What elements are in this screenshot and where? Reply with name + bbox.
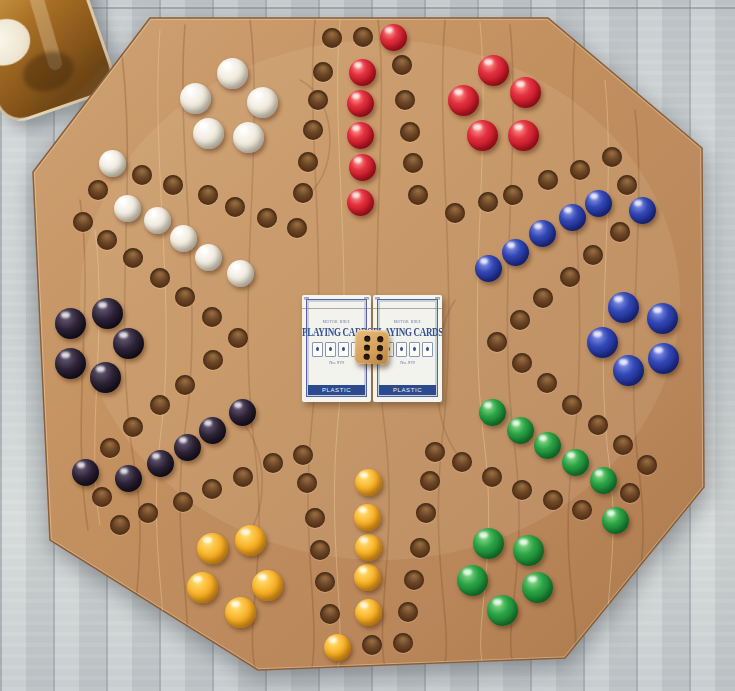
hole-empty[interactable] [313, 62, 333, 82]
hole-empty[interactable] [583, 245, 603, 265]
die-pip [377, 345, 383, 351]
deck-number: No. 979 [382, 360, 434, 365]
hole-empty[interactable] [512, 480, 532, 500]
hole-empty[interactable] [202, 307, 222, 327]
base-marble-white[interactable] [180, 83, 211, 114]
hole-empty[interactable] [163, 175, 183, 195]
base-marble-white[interactable] [193, 118, 224, 149]
base-marble-red[interactable] [448, 85, 479, 116]
hole-empty[interactable] [403, 153, 423, 173]
deck-banner: PLASTIC COATED [379, 385, 436, 395]
track-marble-black[interactable] [199, 417, 226, 444]
hole-empty[interactable] [503, 185, 523, 205]
hole-empty[interactable] [482, 467, 502, 487]
track-marble-black[interactable] [174, 434, 201, 461]
hole-empty[interactable] [228, 328, 248, 348]
track-marble-white[interactable] [227, 260, 254, 287]
hole-empty[interactable] [637, 455, 657, 475]
hole-empty[interactable] [297, 473, 317, 493]
hole-empty[interactable] [353, 27, 373, 47]
hole-empty[interactable] [175, 375, 195, 395]
base-marble-black[interactable] [92, 298, 123, 329]
base-marble-yellow[interactable] [252, 570, 283, 601]
track-marble-black[interactable] [147, 450, 174, 477]
track-marble-green[interactable] [479, 399, 506, 426]
ace-card [312, 342, 323, 357]
track-marble-blue[interactable] [585, 190, 612, 217]
base-marble-red[interactable] [508, 120, 539, 151]
hole-empty[interactable] [203, 350, 223, 370]
deck-corner-number: 979 [435, 297, 440, 300]
track-marble-black[interactable] [115, 465, 142, 492]
track-marble-red[interactable] [349, 154, 376, 181]
track-marble-green[interactable] [602, 507, 629, 534]
base-marble-white[interactable] [233, 122, 264, 153]
ace-card [409, 342, 420, 357]
base-marble-yellow[interactable] [197, 533, 228, 564]
hole-empty[interactable] [602, 147, 622, 167]
track-marble-yellow[interactable] [324, 634, 351, 661]
track-marble-green[interactable] [534, 432, 561, 459]
track-marble-white[interactable] [170, 225, 197, 252]
base-marble-green[interactable] [487, 595, 518, 626]
track-marble-yellow[interactable] [355, 534, 382, 561]
hole-empty[interactable] [452, 452, 472, 472]
die-pip [364, 354, 370, 360]
ace-card [325, 342, 336, 357]
hole-empty[interactable] [620, 483, 640, 503]
deck-corner-number: 979 [375, 297, 380, 300]
hole-empty[interactable] [225, 197, 245, 217]
base-marble-blue[interactable] [647, 303, 678, 334]
hole-empty[interactable] [560, 267, 580, 287]
base-marble-black[interactable] [55, 308, 86, 339]
hole-empty[interactable] [537, 373, 557, 393]
track-marble-red[interactable] [347, 122, 374, 149]
die-pip [364, 345, 370, 351]
hole-empty[interactable] [100, 438, 120, 458]
ace-card [396, 342, 407, 357]
hole-empty[interactable] [298, 152, 318, 172]
hole-empty[interactable] [362, 635, 382, 655]
deck-corner-number: 979 [304, 297, 309, 300]
die-pip [377, 336, 383, 342]
hole-empty[interactable] [150, 268, 170, 288]
deck-sub-label: MOTOR BIKE [387, 320, 427, 323]
deck-banner: PLASTIC COATED [308, 385, 365, 395]
hole-empty[interactable] [445, 203, 465, 223]
hole-empty[interactable] [73, 212, 93, 232]
hole-empty[interactable] [123, 248, 143, 268]
hole-empty[interactable] [263, 453, 283, 473]
track-marble-blue[interactable] [475, 255, 502, 282]
track-marble-green[interactable] [590, 467, 617, 494]
track-marble-red[interactable] [347, 90, 374, 117]
hole-empty[interactable] [138, 503, 158, 523]
hole-empty[interactable] [510, 310, 530, 330]
hole-empty[interactable] [487, 332, 507, 352]
track-marble-red[interactable] [349, 59, 376, 86]
track-marble-white[interactable] [114, 195, 141, 222]
scene: 979 979 MOTOR BIKE PLAYING CARDS No. 979… [0, 0, 735, 691]
hole-empty[interactable] [512, 353, 532, 373]
deck-corner-number: 979 [364, 297, 369, 300]
base-marble-green[interactable] [457, 565, 488, 596]
hole-empty[interactable] [617, 175, 637, 195]
hole-empty[interactable] [425, 442, 445, 462]
hole-empty[interactable] [233, 467, 253, 487]
hole-empty[interactable] [92, 487, 112, 507]
hole-empty[interactable] [408, 185, 428, 205]
hole-empty[interactable] [303, 120, 323, 140]
track-marble-blue[interactable] [559, 204, 586, 231]
hole-empty[interactable] [404, 570, 424, 590]
hole-empty[interactable] [293, 183, 313, 203]
deck-sub-label: MOTOR BIKE [316, 320, 356, 323]
hole-empty[interactable] [287, 218, 307, 238]
base-marble-red[interactable] [478, 55, 509, 86]
hole-empty[interactable] [410, 538, 430, 558]
base-marble-white[interactable] [247, 87, 278, 118]
hole-empty[interactable] [198, 185, 218, 205]
hole-empty[interactable] [393, 633, 413, 653]
track-marble-yellow[interactable] [354, 564, 381, 591]
base-marble-black[interactable] [90, 362, 121, 393]
base-marble-blue[interactable] [648, 343, 679, 374]
base-marble-blue[interactable] [613, 355, 644, 386]
hole-empty[interactable] [173, 492, 193, 512]
hole-empty[interactable] [88, 180, 108, 200]
hole-empty[interactable] [533, 288, 553, 308]
hole-empty[interactable] [123, 417, 143, 437]
track-marble-yellow[interactable] [355, 599, 382, 626]
hole-empty[interactable] [613, 435, 633, 455]
hole-empty[interactable] [610, 222, 630, 242]
die-pip [364, 336, 370, 342]
track-marble-yellow[interactable] [354, 504, 381, 531]
track-marble-green[interactable] [562, 449, 589, 476]
track-marble-black[interactable] [229, 399, 256, 426]
hole-empty[interactable] [308, 90, 328, 110]
hole-empty[interactable] [543, 490, 563, 510]
hole-empty[interactable] [400, 122, 420, 142]
track-marble-blue[interactable] [502, 239, 529, 266]
hole-empty[interactable] [110, 515, 130, 535]
base-marble-green[interactable] [522, 572, 553, 603]
hole-empty[interactable] [97, 230, 117, 250]
track-marble-black[interactable] [72, 459, 99, 486]
hole-empty[interactable] [398, 602, 418, 622]
hole-empty[interactable] [392, 55, 412, 75]
die-showing-six[interactable] [354, 329, 389, 364]
base-marble-green[interactable] [473, 528, 504, 559]
base-marble-green[interactable] [513, 535, 544, 566]
base-marble-black[interactable] [55, 348, 86, 379]
hole-empty[interactable] [420, 471, 440, 491]
hole-empty[interactable] [257, 208, 277, 228]
hole-empty[interactable] [175, 287, 195, 307]
hole-empty[interactable] [570, 160, 590, 180]
track-marble-blue[interactable] [529, 220, 556, 247]
die-pip [377, 354, 383, 360]
track-marble-green[interactable] [507, 417, 534, 444]
hole-empty[interactable] [562, 395, 582, 415]
hole-empty[interactable] [588, 415, 608, 435]
base-marble-blue[interactable] [587, 327, 618, 358]
track-marble-yellow[interactable] [355, 469, 382, 496]
base-marble-black[interactable] [113, 328, 144, 359]
hole-empty[interactable] [132, 165, 152, 185]
hole-empty[interactable] [478, 192, 498, 212]
base-marble-yellow[interactable] [235, 525, 266, 556]
hole-empty[interactable] [320, 604, 340, 624]
hole-empty[interactable] [310, 540, 330, 560]
hole-empty[interactable] [322, 28, 342, 48]
hole-empty[interactable] [150, 395, 170, 415]
base-marble-yellow[interactable] [225, 597, 256, 628]
hole-empty[interactable] [315, 572, 335, 592]
deck-lid-seam [302, 308, 371, 309]
track-marble-white[interactable] [195, 244, 222, 271]
hole-empty[interactable] [395, 90, 415, 110]
track-marble-blue[interactable] [629, 197, 656, 224]
base-marble-red[interactable] [467, 120, 498, 151]
deck-lid-seam [373, 308, 442, 309]
hole-empty[interactable] [305, 508, 325, 528]
ace-card [338, 342, 349, 357]
base-marble-white[interactable] [217, 58, 248, 89]
base-marble-blue[interactable] [608, 292, 639, 323]
track-marble-white[interactable] [144, 207, 171, 234]
track-marble-red[interactable] [380, 24, 407, 51]
track-marble-white[interactable] [99, 150, 126, 177]
hole-empty[interactable] [293, 445, 313, 465]
track-marble-red[interactable] [347, 189, 374, 216]
base-marble-yellow[interactable] [187, 572, 218, 603]
base-marble-red[interactable] [510, 77, 541, 108]
hole-empty[interactable] [538, 170, 558, 190]
hole-empty[interactable] [572, 500, 592, 520]
hole-empty[interactable] [416, 503, 436, 523]
ace-card [422, 342, 433, 357]
hole-empty[interactable] [202, 479, 222, 499]
